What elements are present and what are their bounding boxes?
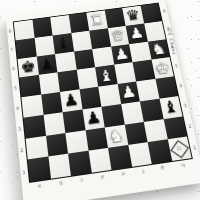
white-knight: ♞ bbox=[150, 41, 167, 57]
square-a3 bbox=[23, 115, 45, 139]
file-label-h: h bbox=[181, 162, 185, 168]
rank-label-right-5: 5 bbox=[174, 64, 178, 69]
rank-label-left-3: 3 bbox=[18, 126, 22, 131]
black-pawn: ♟ bbox=[62, 92, 79, 110]
white-pawn: ♟ bbox=[113, 46, 130, 63]
knight-logo-icon: ♘ bbox=[175, 145, 183, 153]
file-label-b: b bbox=[59, 180, 63, 186]
white-bishop: ♝ bbox=[97, 67, 114, 84]
square-b3 bbox=[43, 112, 65, 135]
white-rook: ♜ bbox=[89, 13, 105, 29]
white-pawn: ♟ bbox=[128, 26, 145, 42]
photo-scene: 87654321 87654321 ♜♛♝♛♟♚♟♟♞♝♚♟♟♟♝♞♘ abcd… bbox=[0, 0, 200, 200]
black-pawn: ♟ bbox=[39, 56, 56, 73]
white-king: ♚ bbox=[154, 60, 172, 77]
rank-label-left-1: 1 bbox=[22, 169, 26, 175]
square-h2 bbox=[163, 116, 187, 140]
file-label-d: d bbox=[100, 174, 104, 180]
rank-label-left-4: 4 bbox=[16, 106, 20, 111]
black-bishop: ♝ bbox=[55, 35, 71, 51]
square-a4 bbox=[21, 95, 43, 118]
square-b4 bbox=[41, 92, 63, 115]
square-b1 bbox=[48, 154, 71, 179]
square-h3: ♝ bbox=[159, 96, 182, 119]
file-label-c: c bbox=[80, 177, 84, 183]
rank-label-right-8: 8 bbox=[162, 9, 166, 13]
rank-label-right-3: 3 bbox=[183, 103, 187, 108]
square-h4 bbox=[155, 76, 178, 98]
square-b2 bbox=[45, 133, 68, 157]
file-label-e: e bbox=[121, 171, 125, 177]
white-pawn: ♟ bbox=[120, 84, 138, 101]
rank-label-right-2: 2 bbox=[188, 124, 192, 129]
rank-label-right-4: 4 bbox=[179, 83, 183, 88]
file-label-a: a bbox=[38, 183, 42, 189]
black-pawn: ♟ bbox=[84, 109, 102, 127]
square-h1: ♘ bbox=[167, 137, 191, 161]
file-label-f: f bbox=[142, 168, 145, 173]
us-chess-diamond-logo: ♘ bbox=[167, 137, 191, 161]
chessboard: 87654321 87654321 ♜♛♝♛♟♚♟♟♞♝♚♟♟♟♝♞♘ abcd… bbox=[6, 0, 200, 200]
white-knight: ♞ bbox=[107, 127, 125, 146]
rank-label-left-5: 5 bbox=[14, 86, 18, 91]
black-bishop: ♝ bbox=[161, 98, 179, 116]
square-a2 bbox=[26, 135, 48, 159]
square-a1 bbox=[28, 157, 51, 182]
rank-label-left-6: 6 bbox=[12, 66, 16, 71]
rank-label-left-8: 8 bbox=[8, 29, 11, 34]
black-queen: ♛ bbox=[125, 8, 142, 24]
rank-label-left-2: 2 bbox=[20, 148, 24, 153]
rank-label-left-7: 7 bbox=[10, 47, 13, 52]
white-queen: ♛ bbox=[110, 28, 127, 44]
rank-label-right-1: 1 bbox=[192, 145, 196, 150]
black-king: ♚ bbox=[20, 58, 36, 75]
file-label-g: g bbox=[161, 165, 165, 171]
